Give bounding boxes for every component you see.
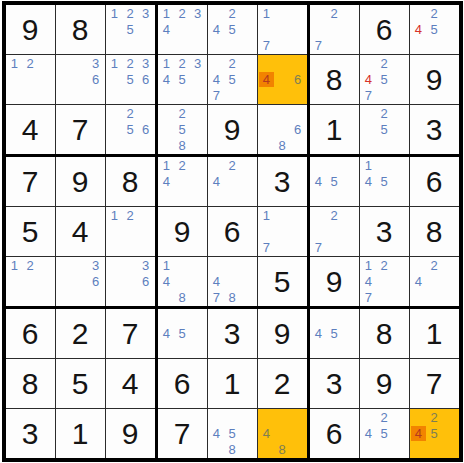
cell-r2c4[interactable]: 12345 [158, 55, 207, 104]
cell-r6c2[interactable]: 36 [56, 257, 105, 306]
cell-r9c8[interactable]: 245 [360, 409, 409, 458]
cell-r8c8[interactable]: 9 [360, 359, 409, 408]
candidate-empty [311, 208, 327, 224]
cell-r4c4[interactable]: 124 [158, 157, 207, 206]
cell-r6c8[interactable]: 1247 [360, 257, 409, 306]
candidate-empty [442, 274, 458, 290]
cell-r7c5[interactable]: 3 [208, 309, 257, 358]
cell-r5c9[interactable]: 8 [410, 207, 459, 256]
candidate-empty [72, 258, 88, 274]
candidate-empty [122, 224, 138, 240]
candidate-3: 3 [190, 6, 206, 22]
candidate-8: 8 [174, 137, 190, 153]
candidate-empty [224, 37, 240, 53]
cell-r8c1[interactable]: 8 [6, 359, 55, 408]
cell-r4c9[interactable]: 6 [410, 157, 459, 206]
candidate-grid: 256 [107, 106, 154, 153]
candidate-4: 4 [361, 426, 377, 442]
candidate-empty [326, 22, 342, 38]
cell-r4c2[interactable]: 9 [56, 157, 105, 206]
cell-r7c6[interactable]: 9 [258, 309, 307, 358]
cell-r7c3[interactable]: 7 [106, 309, 155, 358]
candidate-4: 4 [311, 326, 327, 342]
candidate-grid: 46 [259, 56, 306, 103]
candidate-empty [274, 72, 290, 88]
candidate-empty [259, 106, 275, 122]
candidate-1: 1 [361, 258, 377, 274]
candidate-empty [392, 274, 408, 290]
candidate-7: 7 [361, 289, 377, 305]
candidate-5: 5 [122, 122, 138, 138]
candidate-empty [411, 37, 427, 53]
candidate-empty [224, 87, 240, 103]
cell-r5c7[interactable]: 27 [310, 207, 359, 256]
candidate-empty [376, 87, 392, 103]
candidate-empty [174, 258, 190, 274]
candidate-empty [259, 224, 275, 240]
candidate-6: 6 [290, 122, 306, 138]
candidate-empty [122, 37, 138, 53]
candidate-empty [376, 441, 392, 457]
cell-value: 3 [376, 217, 393, 247]
candidate-empty [138, 289, 154, 305]
candidate-2: 2 [326, 208, 342, 224]
candidate-empty [240, 289, 256, 305]
candidate-empty [224, 174, 240, 190]
candidate-8: 8 [224, 441, 240, 457]
candidate-1: 1 [107, 56, 123, 72]
cell-r5c3[interactable]: 12 [106, 207, 155, 256]
candidate-empty [72, 72, 88, 88]
candidate-4: 4 [259, 72, 275, 88]
candidate-empty [138, 37, 154, 53]
candidate-empty [442, 441, 458, 457]
candidate-empty [107, 37, 123, 53]
cell-value: 4 [122, 369, 139, 399]
cell-r9c4[interactable]: 7 [158, 409, 207, 458]
candidate-5: 5 [174, 122, 190, 138]
cell-r4c6[interactable]: 3 [258, 157, 307, 206]
candidate-empty [259, 137, 275, 153]
candidate-empty [392, 426, 408, 442]
box-1: 98123512361235647256 [6, 5, 155, 154]
cell-r2c8[interactable]: 2457 [360, 55, 409, 104]
cell-r9c1[interactable]: 3 [6, 409, 55, 458]
cell-value: 9 [72, 167, 89, 197]
cell-value: 7 [426, 369, 443, 399]
candidate-7: 7 [311, 239, 327, 255]
candidate-empty [442, 22, 458, 38]
cell-value: 7 [72, 115, 89, 145]
candidate-empty [107, 106, 123, 122]
candidate-grid: 12345 [159, 56, 206, 103]
candidate-empty [38, 258, 54, 274]
candidate-grid: 12356 [107, 56, 154, 103]
cell-r3c5[interactable]: 9 [208, 105, 257, 154]
cell-r9c7[interactable]: 6 [310, 409, 359, 458]
cell-value: 9 [426, 65, 443, 95]
candidate-empty [22, 289, 38, 305]
candidate-empty [138, 208, 154, 224]
candidate-empty [392, 189, 408, 205]
candidate-empty [190, 22, 206, 38]
candidate-empty [274, 87, 290, 103]
candidate-6: 6 [138, 274, 154, 290]
candidate-grid: 1247 [361, 258, 408, 305]
candidate-empty [361, 189, 377, 205]
candidate-empty [224, 189, 240, 205]
candidate-4: 4 [361, 72, 377, 88]
candidate-4: 4 [159, 22, 175, 38]
candidate-empty [174, 174, 190, 190]
candidate-2: 2 [122, 56, 138, 72]
candidate-empty [190, 174, 206, 190]
candidate-6: 6 [290, 72, 306, 88]
candidate-5: 5 [122, 22, 138, 38]
candidate-empty [240, 426, 256, 442]
cell-r3c4[interactable]: 258 [158, 105, 207, 154]
candidate-4: 4 [159, 274, 175, 290]
candidate-empty [342, 224, 358, 240]
candidate-empty [274, 22, 290, 38]
cell-r8c3[interactable]: 4 [106, 359, 155, 408]
candidate-empty [22, 87, 38, 103]
candidate-empty [224, 274, 240, 290]
candidate-empty [274, 426, 290, 442]
candidate-1: 1 [159, 6, 175, 22]
candidate-empty [107, 274, 123, 290]
candidate-empty [326, 239, 342, 255]
cell-r9c2[interactable]: 1 [56, 409, 105, 458]
candidate-empty [190, 37, 206, 53]
candidate-empty [159, 137, 175, 153]
candidate-2: 2 [174, 106, 190, 122]
cell-value: 5 [274, 267, 291, 297]
cell-r1c8[interactable]: 6 [360, 5, 409, 54]
candidate-empty [88, 289, 104, 305]
cell-r1c7[interactable]: 27 [310, 5, 359, 54]
candidate-5: 5 [174, 72, 190, 88]
cell-r2c3[interactable]: 12356 [106, 55, 155, 104]
cell-r9c3[interactable]: 9 [106, 409, 155, 458]
cell-value: 8 [426, 217, 443, 247]
cell-r2c1[interactable]: 12 [6, 55, 55, 104]
candidate-5: 5 [376, 122, 392, 138]
candidate-grid: 17 [259, 6, 306, 53]
cell-r7c4[interactable]: 45 [158, 309, 207, 358]
candidate-2: 2 [426, 6, 442, 22]
candidate-empty [240, 22, 256, 38]
box-8: 4539612745848 [158, 309, 307, 458]
cell-r3c7[interactable]: 1 [310, 105, 359, 154]
candidate-empty [190, 87, 206, 103]
cell-r7c1[interactable]: 6 [6, 309, 55, 358]
cell-r3c6[interactable]: 68 [258, 105, 307, 154]
candidate-empty [122, 258, 138, 274]
cell-r7c7[interactable]: 45 [310, 309, 359, 358]
cell-r9c9[interactable]: 245 [410, 409, 459, 458]
candidate-empty [159, 289, 175, 305]
candidate-grid: 36 [107, 258, 154, 305]
candidate-empty [209, 158, 225, 174]
cell-value: 9 [326, 267, 343, 297]
candidate-grid: 12 [7, 258, 54, 305]
cell-r6c9[interactable]: 24 [410, 257, 459, 306]
candidate-empty [22, 72, 38, 88]
cell-value: 6 [426, 167, 443, 197]
candidate-empty [57, 274, 73, 290]
candidate-empty [190, 72, 206, 88]
candidate-empty [240, 441, 256, 457]
candidate-empty [342, 310, 358, 326]
cell-r1c6[interactable]: 17 [258, 5, 307, 54]
candidate-grid: 68 [259, 106, 306, 153]
candidate-empty [411, 410, 427, 426]
candidate-grid: 245 [411, 410, 458, 457]
cell-value: 9 [224, 115, 241, 145]
candidate-empty [311, 189, 327, 205]
candidate-3: 3 [138, 56, 154, 72]
cell-r8c9[interactable]: 7 [410, 359, 459, 408]
candidate-empty [190, 158, 206, 174]
candidate-empty [326, 310, 342, 326]
candidate-empty [107, 137, 123, 153]
candidate-empty [361, 410, 377, 426]
candidate-2: 2 [426, 258, 442, 274]
candidate-2: 2 [376, 106, 392, 122]
candidate-1: 1 [107, 6, 123, 22]
cell-r2c6[interactable]: 46 [258, 55, 307, 104]
candidate-3: 3 [88, 56, 104, 72]
candidate-empty [326, 189, 342, 205]
candidate-4: 4 [311, 174, 327, 190]
cell-r6c4[interactable]: 148 [158, 257, 207, 306]
candidate-empty [7, 72, 23, 88]
candidate-empty [411, 441, 427, 457]
cell-r2c7[interactable]: 8 [310, 55, 359, 104]
candidate-empty [392, 87, 408, 103]
cell-r4c3[interactable]: 8 [106, 157, 155, 206]
candidate-empty [138, 137, 154, 153]
candidate-empty [240, 158, 256, 174]
cell-value: 8 [122, 167, 139, 197]
cell-r1c3[interactable]: 1235 [106, 5, 155, 54]
candidate-empty [311, 341, 327, 357]
cell-value: 5 [72, 369, 89, 399]
cell-r4c8[interactable]: 145 [360, 157, 409, 206]
cell-r8c6[interactable]: 2 [258, 359, 307, 408]
candidate-3: 3 [138, 6, 154, 22]
candidate-8: 8 [274, 137, 290, 153]
cell-value: 8 [72, 15, 89, 45]
candidate-empty [107, 258, 123, 274]
cell-r5c8[interactable]: 3 [360, 207, 409, 256]
candidate-empty [342, 326, 358, 342]
cell-r4c7[interactable]: 45 [310, 157, 359, 206]
candidate-4: 4 [209, 426, 225, 442]
candidate-7: 7 [209, 87, 225, 103]
cell-r6c7[interactable]: 9 [310, 257, 359, 306]
cell-r6c1[interactable]: 12 [6, 257, 55, 306]
candidate-1: 1 [259, 208, 275, 224]
cell-value: 3 [426, 115, 443, 145]
cell-value: 2 [274, 369, 291, 399]
candidate-empty [72, 274, 88, 290]
cell-r7c9[interactable]: 1 [410, 309, 459, 358]
candidate-empty [240, 6, 256, 22]
candidate-grid: 145 [361, 158, 408, 205]
candidate-1: 1 [361, 158, 377, 174]
cell-value: 6 [326, 419, 343, 449]
candidate-7: 7 [311, 37, 327, 53]
candidate-empty [190, 341, 206, 357]
candidate-empty [138, 239, 154, 255]
cell-r8c4[interactable]: 6 [158, 359, 207, 408]
candidate-empty [107, 122, 123, 138]
cell-r1c1[interactable]: 9 [6, 5, 55, 54]
candidate-empty [224, 410, 240, 426]
cell-r5c1[interactable]: 5 [6, 207, 55, 256]
candidate-empty [392, 289, 408, 305]
candidate-4: 4 [361, 174, 377, 190]
candidate-empty [38, 274, 54, 290]
candidate-empty [342, 37, 358, 53]
cell-r1c5[interactable]: 245 [208, 5, 257, 54]
candidate-empty [122, 274, 138, 290]
candidate-empty [361, 137, 377, 153]
cell-r7c8[interactable]: 8 [360, 309, 409, 358]
candidate-6: 6 [138, 72, 154, 88]
cell-r1c4[interactable]: 1234 [158, 5, 207, 54]
cell-r3c1[interactable]: 4 [6, 105, 55, 154]
candidate-empty [240, 174, 256, 190]
cell-value: 7 [22, 167, 39, 197]
candidate-empty [138, 106, 154, 122]
candidate-empty [376, 289, 392, 305]
candidate-empty [88, 87, 104, 103]
cell-r3c2[interactable]: 7 [56, 105, 105, 154]
candidate-5: 5 [224, 22, 240, 38]
cell-r2c5[interactable]: 2457 [208, 55, 257, 104]
cell-r7c2[interactable]: 2 [56, 309, 105, 358]
candidate-empty [392, 174, 408, 190]
candidate-empty [159, 341, 175, 357]
cell-r8c7[interactable]: 3 [310, 359, 359, 408]
candidate-empty [7, 274, 23, 290]
candidate-empty [274, 239, 290, 255]
cell-value: 7 [122, 319, 139, 349]
candidate-empty [138, 22, 154, 38]
candidate-5: 5 [174, 326, 190, 342]
candidate-1: 1 [159, 258, 175, 274]
cell-r3c8[interactable]: 25 [360, 105, 409, 154]
candidate-empty [361, 122, 377, 138]
cell-r9c6[interactable]: 48 [258, 409, 307, 458]
candidate-1: 1 [259, 6, 275, 22]
candidate-empty [311, 310, 327, 326]
candidate-empty [274, 106, 290, 122]
candidate-4: 4 [209, 22, 225, 38]
candidate-8: 8 [224, 289, 240, 305]
candidate-4: 4 [411, 426, 427, 442]
candidate-empty [290, 208, 306, 224]
cell-r4c5[interactable]: 24 [208, 157, 257, 206]
cell-value: 7 [174, 419, 191, 449]
candidate-empty [376, 137, 392, 153]
candidate-empty [190, 289, 206, 305]
candidate-1: 1 [159, 158, 175, 174]
cell-r5c5[interactable]: 6 [208, 207, 257, 256]
cell-r6c3[interactable]: 36 [106, 257, 155, 306]
candidate-grid: 27 [311, 208, 358, 255]
cell-r8c5[interactable]: 1 [208, 359, 257, 408]
cell-r8c2[interactable]: 5 [56, 359, 105, 408]
cell-r5c4[interactable]: 9 [158, 207, 207, 256]
cell-r1c9[interactable]: 245 [410, 5, 459, 54]
cell-r3c3[interactable]: 256 [106, 105, 155, 154]
candidate-4: 4 [259, 426, 275, 442]
cell-value: 3 [224, 319, 241, 349]
candidate-empty [392, 72, 408, 88]
cell-value: 8 [326, 65, 343, 95]
candidate-empty [326, 37, 342, 53]
cell-r6c5[interactable]: 478 [208, 257, 257, 306]
candidate-grid: 36 [57, 56, 104, 103]
candidate-2: 2 [122, 106, 138, 122]
candidate-empty [159, 87, 175, 103]
candidate-5: 5 [122, 72, 138, 88]
candidate-empty [290, 22, 306, 38]
candidate-empty [376, 158, 392, 174]
candidate-empty [174, 189, 190, 205]
cell-r3c9[interactable]: 3 [410, 105, 459, 154]
cell-r5c6[interactable]: 17 [258, 207, 307, 256]
cell-r9c5[interactable]: 458 [208, 409, 257, 458]
candidate-empty [442, 6, 458, 22]
candidate-empty [342, 341, 358, 357]
candidate-1: 1 [159, 56, 175, 72]
candidate-empty [174, 341, 190, 357]
candidate-3: 3 [88, 258, 104, 274]
candidate-empty [159, 106, 175, 122]
cell-r5c2[interactable]: 4 [56, 207, 105, 256]
candidate-grid: 478 [209, 258, 256, 305]
cell-value: 1 [224, 369, 241, 399]
box-3: 2762458245791253 [310, 5, 459, 154]
cell-r2c9[interactable]: 9 [410, 55, 459, 104]
candidate-empty [342, 208, 358, 224]
candidate-5: 5 [224, 72, 240, 88]
cell-value: 3 [326, 369, 343, 399]
cell-r4c1[interactable]: 7 [6, 157, 55, 206]
candidate-grid: 245 [209, 6, 256, 53]
candidate-empty [190, 189, 206, 205]
candidate-grid: 1235 [107, 6, 154, 53]
candidate-empty [209, 441, 225, 457]
candidate-4: 4 [159, 326, 175, 342]
cell-value: 9 [274, 319, 291, 349]
candidate-empty [38, 87, 54, 103]
cell-r6c6[interactable]: 5 [258, 257, 307, 306]
cell-r2c2[interactable]: 36 [56, 55, 105, 104]
candidate-1: 1 [7, 258, 23, 274]
candidate-empty [290, 137, 306, 153]
candidate-grid: 27 [311, 6, 358, 53]
candidate-8: 8 [274, 441, 290, 457]
candidate-empty [38, 289, 54, 305]
candidate-empty [342, 189, 358, 205]
cell-r1c2[interactable]: 8 [56, 5, 105, 54]
